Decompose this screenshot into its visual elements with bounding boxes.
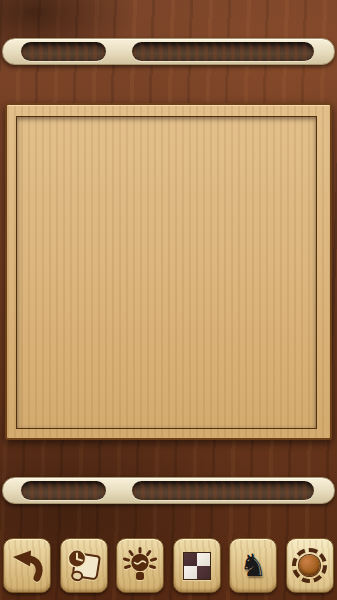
- rank-labels-right: [317, 116, 330, 429]
- ai-name: [132, 42, 314, 61]
- undo-button[interactable]: [3, 538, 51, 593]
- move-history-button[interactable]: [60, 538, 108, 593]
- hint-button[interactable]: [116, 538, 164, 593]
- wheel-icon: [292, 548, 327, 583]
- ai-timer: [21, 42, 106, 61]
- scroll-clock-icon: [64, 546, 104, 586]
- chess-board-frame: [5, 103, 332, 440]
- toolbar: ♞: [3, 538, 334, 593]
- undo-arrow-icon: [7, 546, 47, 586]
- player-timer: [21, 481, 106, 500]
- checkerboard-icon: [183, 552, 211, 580]
- file-labels-bottom: [7, 429, 330, 438]
- chess-app-screen: ♞: [0, 0, 337, 600]
- settings-wheel-button[interactable]: [286, 538, 334, 593]
- player-name: [132, 481, 314, 500]
- player-panel: [2, 477, 335, 504]
- file-labels-top: [7, 105, 330, 116]
- pieces-style-button[interactable]: ♞: [229, 538, 277, 593]
- ai-panel: [2, 38, 335, 65]
- rank-labels-left: [7, 116, 16, 429]
- board-style-button[interactable]: [173, 538, 221, 593]
- lightbulb-icon: [120, 546, 160, 586]
- chess-board: [16, 116, 317, 429]
- knight-icon: ♞: [239, 550, 267, 581]
